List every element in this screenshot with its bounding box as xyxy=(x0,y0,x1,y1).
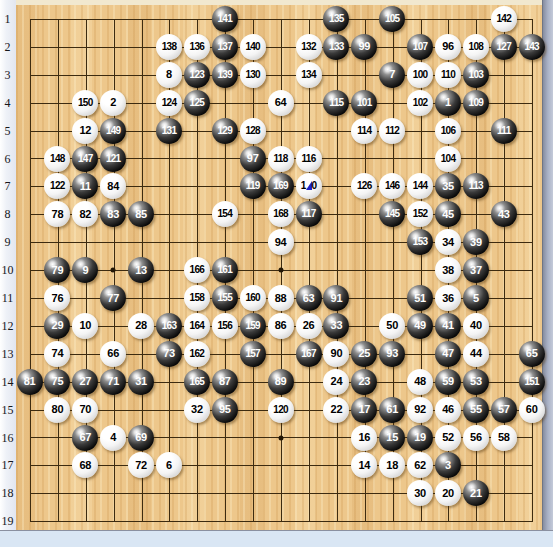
stone-black-move-131: 131 xyxy=(156,118,182,144)
stone-white-move-166: 166 xyxy=(184,257,210,283)
stone-black-move-1: 1 xyxy=(435,90,461,116)
row-label-4: 4 xyxy=(0,95,15,110)
move-number-label: 57 xyxy=(498,404,510,415)
stone-white-move-86: 86 xyxy=(268,313,294,339)
stone-white-move-134: 134 xyxy=(296,62,322,88)
stone-white-move-68: 68 xyxy=(72,452,98,478)
move-number-label: 75 xyxy=(52,376,64,387)
stone-white-move-46: 46 xyxy=(435,397,461,423)
move-number-label: 2 xyxy=(110,97,116,108)
move-number-label: 119 xyxy=(246,181,260,191)
move-number-label: 10 xyxy=(301,181,317,191)
stone-black-move-49: 49 xyxy=(407,313,433,339)
move-number-label: 53 xyxy=(470,376,482,387)
stone-white-move-6: 6 xyxy=(156,452,182,478)
move-number-label: 52 xyxy=(442,432,454,443)
move-number-label: 71 xyxy=(107,376,119,387)
move-number-label: 129 xyxy=(218,126,233,136)
stone-black-move-87: 87 xyxy=(212,369,238,395)
stone-white-move-152: 152 xyxy=(407,201,433,227)
move-number-label: 95 xyxy=(219,404,231,415)
stone-black-move-145: 145 xyxy=(379,201,405,227)
stone-white-move-120: 120 xyxy=(268,397,294,423)
move-number-label: 81 xyxy=(24,376,36,387)
move-number-label: 66 xyxy=(107,348,119,359)
move-number-label: 157 xyxy=(245,349,260,359)
stone-black-move-47: 47 xyxy=(435,341,461,367)
row-label-13: 13 xyxy=(0,346,15,361)
stone-white-move-148: 148 xyxy=(44,146,70,172)
move-number-label: 64 xyxy=(275,97,287,108)
move-number-label: 16 xyxy=(358,432,370,443)
move-number-label: 73 xyxy=(163,348,175,359)
stone-white-move-64: 64 xyxy=(268,90,294,116)
move-number-label: 120 xyxy=(273,405,288,415)
move-number-label: 167 xyxy=(301,349,316,359)
stone-black-move-23: 23 xyxy=(351,369,377,395)
move-number-label: 23 xyxy=(358,376,370,387)
move-number-label: 151 xyxy=(524,377,539,387)
stone-black-move-67: 67 xyxy=(72,425,98,451)
row-label-12: 12 xyxy=(0,318,15,333)
move-number-label: 121 xyxy=(106,154,121,164)
row-coordinate-strip: 12345678910111213141516171819 xyxy=(0,0,16,530)
stone-black-move-11: 11 xyxy=(72,173,98,199)
stone-black-move-21: 21 xyxy=(463,480,489,506)
stone-black-move-159: 159 xyxy=(240,313,266,339)
move-number-label: 29 xyxy=(52,320,64,331)
move-number-label: 117 xyxy=(301,209,315,219)
stone-black-move-121: 121 xyxy=(100,146,126,172)
move-number-label: 111 xyxy=(497,126,510,136)
move-number-label: 80 xyxy=(52,404,64,415)
move-number-label: 152 xyxy=(413,209,428,219)
stone-black-move-85: 85 xyxy=(128,201,154,227)
move-number-label: 164 xyxy=(190,321,205,331)
stone-white-move-116: 116 xyxy=(296,146,322,172)
move-number-label: 37 xyxy=(470,265,482,276)
stone-black-move-83: 83 xyxy=(100,201,126,227)
move-number-label: 87 xyxy=(219,376,231,387)
star-point xyxy=(111,268,116,273)
stone-black-move-81: 81 xyxy=(17,369,43,395)
move-number-label: 91 xyxy=(331,293,343,304)
move-number-label: 63 xyxy=(303,293,315,304)
stone-black-move-59: 59 xyxy=(435,369,461,395)
move-number-label: 169 xyxy=(273,181,288,191)
stone-black-move-123: 123 xyxy=(184,62,210,88)
stone-white-move-108: 108 xyxy=(463,34,489,60)
move-number-label: 34 xyxy=(442,237,454,248)
stone-black-move-161: 161 xyxy=(212,257,238,283)
move-number-label: 5 xyxy=(473,293,479,304)
move-number-label: 155 xyxy=(218,293,233,303)
move-number-label: 104 xyxy=(441,154,456,164)
move-number-label: 27 xyxy=(79,376,91,387)
row-label-15: 15 xyxy=(0,402,15,417)
move-number-label: 30 xyxy=(414,488,426,499)
stone-white-move-62: 62 xyxy=(407,452,433,478)
stone-white-move-14: 14 xyxy=(351,452,377,478)
move-number-label: 45 xyxy=(442,209,454,220)
move-number-label: 148 xyxy=(50,154,65,164)
stone-black-move-57: 57 xyxy=(491,397,517,423)
move-number-label: 39 xyxy=(470,237,482,248)
stone-black-move-75: 75 xyxy=(44,369,70,395)
move-number-label: 97 xyxy=(247,153,259,164)
stone-white-move-118: 118 xyxy=(268,146,294,172)
move-number-label: 134 xyxy=(301,70,316,80)
stone-white-move-106: 106 xyxy=(435,118,461,144)
move-number-label: 99 xyxy=(358,41,370,52)
stone-black-move-61: 61 xyxy=(379,397,405,423)
move-number-label: 162 xyxy=(190,349,205,359)
stone-black-move-73: 73 xyxy=(156,341,182,367)
stone-white-move-92: 92 xyxy=(407,397,433,423)
move-number-label: 74 xyxy=(52,348,64,359)
stone-white-move-94: 94 xyxy=(268,229,294,255)
stone-black-move-77: 77 xyxy=(100,285,126,311)
stone-white-move-164: 164 xyxy=(184,313,210,339)
stone-white-move-78: 78 xyxy=(44,201,70,227)
stone-black-move-15: 15 xyxy=(379,425,405,451)
stone-black-move-55: 55 xyxy=(463,397,489,423)
stone-white-move-110: 110 xyxy=(435,62,461,88)
stone-black-move-165: 165 xyxy=(184,369,210,395)
move-number-label: 94 xyxy=(275,237,287,248)
stone-black-move-95: 95 xyxy=(212,397,238,423)
stone-black-move-33: 33 xyxy=(323,313,349,339)
move-number-label: 56 xyxy=(470,432,482,443)
stone-white-move-140: 140 xyxy=(240,34,266,60)
move-number-label: 79 xyxy=(52,265,64,276)
stone-black-move-163: 163 xyxy=(156,313,182,339)
move-number-label: 131 xyxy=(162,126,177,136)
move-number-label: 20 xyxy=(442,488,454,499)
move-number-label: 25 xyxy=(358,348,370,359)
move-number-label: 35 xyxy=(442,181,454,192)
move-number-label: 88 xyxy=(275,293,287,304)
stone-white-move-70: 70 xyxy=(72,397,98,423)
stone-black-move-79: 79 xyxy=(44,257,70,283)
move-number-label: 113 xyxy=(469,181,483,191)
move-number-label: 132 xyxy=(301,42,316,52)
move-number-label: 102 xyxy=(413,98,428,108)
stone-white-move-20: 20 xyxy=(435,480,461,506)
stone-black-move-119: 119 xyxy=(240,173,266,199)
move-number-label: 10 xyxy=(79,320,91,331)
stone-black-move-147: 147 xyxy=(72,146,98,172)
move-number-label: 33 xyxy=(331,320,343,331)
stone-white-move-24: 24 xyxy=(323,369,349,395)
stone-black-move-65: 65 xyxy=(519,341,545,367)
stone-black-move-117: 117 xyxy=(296,201,322,227)
stone-black-move-151: 151 xyxy=(519,369,545,395)
move-number-label: 50 xyxy=(386,320,398,331)
move-number-label: 18 xyxy=(386,460,398,471)
stone-white-move-66: 66 xyxy=(100,341,126,367)
stone-black-move-129: 129 xyxy=(212,118,238,144)
bottom-edge-strip xyxy=(0,530,553,547)
stone-black-move-141: 141 xyxy=(212,6,238,32)
go-board[interactable]: 1411351051421381361371401321339910796108… xyxy=(16,5,542,530)
move-number-label: 110 xyxy=(441,70,455,80)
stone-black-move-101: 101 xyxy=(351,90,377,116)
move-number-label: 76 xyxy=(52,293,64,304)
stone-white-move-128: 128 xyxy=(240,118,266,144)
move-number-label: 15 xyxy=(386,432,398,443)
stone-black-move-169: 169 xyxy=(268,173,294,199)
stone-black-move-71: 71 xyxy=(100,369,126,395)
stone-black-move-37: 37 xyxy=(463,257,489,283)
move-number-label: 11 xyxy=(80,181,91,192)
move-number-label: 108 xyxy=(469,42,484,52)
move-number-label: 60 xyxy=(526,404,538,415)
stone-black-move-35: 35 xyxy=(435,173,461,199)
stone-white-move-88: 88 xyxy=(268,285,294,311)
stone-white-move-96: 96 xyxy=(435,34,461,60)
move-number-label: 96 xyxy=(442,41,454,52)
row-label-14: 14 xyxy=(0,374,15,389)
stone-white-move-114: 114 xyxy=(351,118,377,144)
move-number-label: 145 xyxy=(385,209,400,219)
move-number-label: 26 xyxy=(303,320,315,331)
move-number-label: 144 xyxy=(413,181,428,191)
stone-black-move-115: 115 xyxy=(323,90,349,116)
stone-white-move-150: 150 xyxy=(72,90,98,116)
stone-white-move-122: 122 xyxy=(44,173,70,199)
move-number-label: 106 xyxy=(441,126,456,136)
stone-black-move-155: 155 xyxy=(212,285,238,311)
move-number-label: 146 xyxy=(385,181,400,191)
stone-black-move-111: 111 xyxy=(491,118,517,144)
stone-white-move-100: 100 xyxy=(407,62,433,88)
move-number-label: 160 xyxy=(245,293,260,303)
move-number-label: 140 xyxy=(245,42,260,52)
stone-black-move-113: 113 xyxy=(463,173,489,199)
stone-black-move-139: 139 xyxy=(212,62,238,88)
stone-white-move-18: 18 xyxy=(379,452,405,478)
stone-white-move-28: 28 xyxy=(128,313,154,339)
stone-white-move-72: 72 xyxy=(128,452,154,478)
row-label-7: 7 xyxy=(0,179,15,194)
go-game-viewer-window: 12345678910111213141516171819 1411351051… xyxy=(0,0,553,547)
move-number-label: 136 xyxy=(190,42,205,52)
stone-black-move-27: 27 xyxy=(72,369,98,395)
row-label-5: 5 xyxy=(0,123,15,138)
stone-black-move-25: 25 xyxy=(351,341,377,367)
move-number-label: 123 xyxy=(190,70,205,80)
stone-white-move-34: 34 xyxy=(435,229,461,255)
stone-white-move-158: 158 xyxy=(184,285,210,311)
stone-black-move-53: 53 xyxy=(463,369,489,395)
stone-white-move-12: 12 xyxy=(72,118,98,144)
stone-black-move-17: 17 xyxy=(351,397,377,423)
move-number-label: 77 xyxy=(107,293,119,304)
stone-black-move-133: 133 xyxy=(323,34,349,60)
stone-black-move-45: 45 xyxy=(435,201,461,227)
move-number-label: 126 xyxy=(357,181,372,191)
row-label-19: 19 xyxy=(0,514,15,529)
stone-white-move-10: 10 xyxy=(72,313,98,339)
stone-black-move-157: 157 xyxy=(240,341,266,367)
stone-white-move-22: 22 xyxy=(323,397,349,423)
move-number-label: 115 xyxy=(329,98,343,108)
move-number-label: 109 xyxy=(469,98,484,108)
stone-white-move-142: 142 xyxy=(491,6,517,32)
move-number-label: 165 xyxy=(190,377,205,387)
move-number-label: 61 xyxy=(386,404,398,415)
move-number-label: 141 xyxy=(218,14,233,24)
move-number-label: 3 xyxy=(445,460,451,471)
stone-white-move-154: 154 xyxy=(212,201,238,227)
move-number-label: 49 xyxy=(414,320,426,331)
move-number-label: 142 xyxy=(497,14,512,24)
move-number-label: 4 xyxy=(110,432,116,443)
stone-white-move-156: 156 xyxy=(212,313,238,339)
stone-white-move-168: 168 xyxy=(268,201,294,227)
stone-black-move-135: 135 xyxy=(323,6,349,32)
stone-black-move-31: 31 xyxy=(128,369,154,395)
stone-white-move-74: 74 xyxy=(44,341,70,367)
move-number-label: 125 xyxy=(190,98,205,108)
move-number-label: 7 xyxy=(389,69,395,80)
stone-white-move-146: 146 xyxy=(379,173,405,199)
move-number-label: 46 xyxy=(442,404,454,415)
move-number-label: 163 xyxy=(162,321,177,331)
move-number-label: 137 xyxy=(218,42,233,52)
move-number-label: 147 xyxy=(78,154,93,164)
stone-black-move-109: 109 xyxy=(463,90,489,116)
move-number-label: 44 xyxy=(470,348,482,359)
move-number-label: 135 xyxy=(329,14,344,24)
row-label-16: 16 xyxy=(0,430,15,445)
row-label-8: 8 xyxy=(0,207,15,222)
stone-white-move-30: 30 xyxy=(407,480,433,506)
move-number-label: 67 xyxy=(79,432,91,443)
move-number-label: 59 xyxy=(442,376,454,387)
move-number-label: 58 xyxy=(498,432,510,443)
stone-white-move-84: 84 xyxy=(100,173,126,199)
move-number-label: 48 xyxy=(414,376,426,387)
stone-white-move-144: 144 xyxy=(407,173,433,199)
move-number-label: 43 xyxy=(498,209,510,220)
stone-black-move-91: 91 xyxy=(323,285,349,311)
stone-white-move-138: 138 xyxy=(156,34,182,60)
move-number-label: 36 xyxy=(442,293,454,304)
stone-black-move-149: 149 xyxy=(100,118,126,144)
stone-black-move-103: 103 xyxy=(463,62,489,88)
row-label-2: 2 xyxy=(0,39,15,54)
row-label-1: 1 xyxy=(0,12,15,27)
stone-black-move-137: 137 xyxy=(212,34,238,60)
move-number-label: 38 xyxy=(442,265,454,276)
stone-white-move-136: 136 xyxy=(184,34,210,60)
stone-white-move-36: 36 xyxy=(435,285,461,311)
move-number-label: 139 xyxy=(218,70,233,80)
stone-black-move-5: 5 xyxy=(463,285,489,311)
move-number-label: 92 xyxy=(414,404,426,415)
move-number-label: 40 xyxy=(470,320,482,331)
move-number-label: 69 xyxy=(135,432,147,443)
stone-black-move-51: 51 xyxy=(407,285,433,311)
stone-white-move-126: 126 xyxy=(351,173,377,199)
stone-white-move-60: 60 xyxy=(519,397,545,423)
move-number-label: 112 xyxy=(385,126,399,136)
stone-white-move-160: 160 xyxy=(240,285,266,311)
move-number-label: 86 xyxy=(275,320,287,331)
stone-white-move-132: 132 xyxy=(296,34,322,60)
row-label-17: 17 xyxy=(0,458,15,473)
move-number-label: 107 xyxy=(413,42,428,52)
stone-black-move-99: 99 xyxy=(351,34,377,60)
move-number-label: 159 xyxy=(245,321,260,331)
move-number-label: 122 xyxy=(50,181,65,191)
move-number-label: 153 xyxy=(413,237,428,247)
move-number-label: 70 xyxy=(79,404,91,415)
stone-white-move-48: 48 xyxy=(407,369,433,395)
stone-black-move-29: 29 xyxy=(44,313,70,339)
move-number-label: 82 xyxy=(79,209,91,220)
stone-white-move-82: 82 xyxy=(72,201,98,227)
stone-white-move-124: 124 xyxy=(156,90,182,116)
move-number-label: 143 xyxy=(524,42,539,52)
stone-black-move-153: 153 xyxy=(407,229,433,255)
move-number-label: 100 xyxy=(413,70,428,80)
move-number-label: 51 xyxy=(414,293,426,304)
row-label-6: 6 xyxy=(0,151,15,166)
move-number-label: 93 xyxy=(386,348,398,359)
move-number-label: 13 xyxy=(135,265,147,276)
stone-black-move-19: 19 xyxy=(407,425,433,451)
move-number-label: 156 xyxy=(218,321,233,331)
move-number-label: 89 xyxy=(275,376,287,387)
move-number-label: 47 xyxy=(442,348,454,359)
stone-white-move-104: 104 xyxy=(435,146,461,172)
move-number-label: 19 xyxy=(414,432,426,443)
stone-white-move-8: 8 xyxy=(156,62,182,88)
stone-black-move-3: 3 xyxy=(435,452,461,478)
stone-white-move-2: 2 xyxy=(100,90,126,116)
move-number-label: 168 xyxy=(273,209,288,219)
move-number-label: 65 xyxy=(526,348,538,359)
move-number-label: 1 xyxy=(445,97,451,108)
move-number-label: 103 xyxy=(469,70,484,80)
row-label-10: 10 xyxy=(0,263,15,278)
stone-white-move-52: 52 xyxy=(435,425,461,451)
grid-lines: 1411351051421381361371401321339910796108… xyxy=(30,19,533,522)
star-point xyxy=(278,268,283,273)
stone-white-move-56: 56 xyxy=(463,425,489,451)
move-number-label: 118 xyxy=(274,154,288,164)
stone-black-move-69: 69 xyxy=(128,425,154,451)
move-number-label: 127 xyxy=(497,42,512,52)
move-number-label: 149 xyxy=(106,126,121,136)
move-number-label: 150 xyxy=(78,98,93,108)
stone-white-move-112: 112 xyxy=(379,118,405,144)
stone-white-move-16: 16 xyxy=(351,425,377,451)
move-number-label: 101 xyxy=(357,98,372,108)
stone-black-move-105: 105 xyxy=(379,6,405,32)
move-number-label: 78 xyxy=(52,209,64,220)
row-label-9: 9 xyxy=(0,235,15,250)
stone-white-move-162: 162 xyxy=(184,341,210,367)
right-edge-strip xyxy=(542,0,553,530)
stone-white-move-80: 80 xyxy=(44,397,70,423)
stone-black-move-125: 125 xyxy=(184,90,210,116)
stone-white-move-102: 102 xyxy=(407,90,433,116)
stone-white-move-44: 44 xyxy=(463,341,489,367)
